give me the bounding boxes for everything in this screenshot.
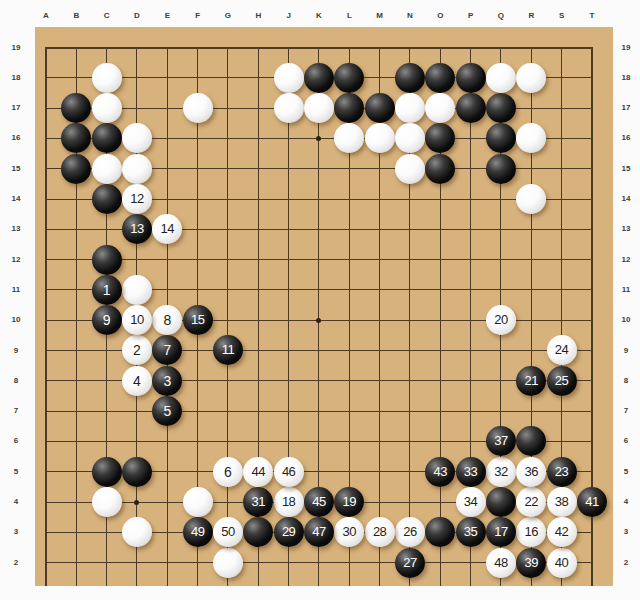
- stone-black-c11: 1: [92, 275, 122, 305]
- stone-white-o17: [425, 93, 455, 123]
- stone-white-r14: [516, 184, 546, 214]
- col-label-r: R: [521, 10, 541, 22]
- stone-white-e10: 8: [152, 305, 182, 335]
- stone-black-q6: 37: [486, 426, 516, 456]
- stone-white-d14: 12: [122, 184, 152, 214]
- row-label-left-19: 19: [3, 42, 29, 54]
- stone-white-f4: [183, 487, 213, 517]
- row-label-left-14: 14: [3, 193, 29, 205]
- stone-black-h4: 31: [243, 487, 273, 517]
- stone-black-k18: [304, 63, 334, 93]
- stone-black-k3: 47: [304, 517, 334, 547]
- col-label-q: Q: [491, 10, 511, 22]
- col-label-o: O: [430, 10, 450, 22]
- stone-black-d13: 13: [122, 214, 152, 244]
- stone-white-d9: 2: [122, 335, 152, 365]
- stone-black-p5: 33: [456, 457, 486, 487]
- row-label-right-17: 17: [613, 102, 639, 114]
- row-label-right-19: 19: [613, 42, 639, 54]
- stone-white-d10: 10: [122, 305, 152, 335]
- stone-black-t4: 41: [577, 487, 607, 517]
- stone-black-p3: 35: [456, 517, 486, 547]
- stone-black-q17: [486, 93, 516, 123]
- stone-black-b17: [61, 93, 91, 123]
- stone-black-r8: 21: [516, 366, 546, 396]
- stone-white-d11: [122, 275, 152, 305]
- col-label-e: E: [157, 10, 177, 22]
- stone-white-r4: 22: [516, 487, 546, 517]
- stone-white-m3: 28: [365, 517, 395, 547]
- stone-black-k4: 45: [304, 487, 334, 517]
- row-label-left-18: 18: [3, 72, 29, 84]
- stone-black-q3: 17: [486, 517, 516, 547]
- col-label-p: P: [461, 10, 481, 22]
- stone-white-l3: 30: [334, 517, 364, 547]
- stone-white-d15: [122, 154, 152, 184]
- stone-black-c12: [92, 245, 122, 275]
- row-label-right-7: 7: [613, 405, 639, 417]
- row-label-right-18: 18: [613, 72, 639, 84]
- col-label-g: G: [218, 10, 238, 22]
- col-label-f: F: [188, 10, 208, 22]
- stone-white-c18: [92, 63, 122, 93]
- stone-black-e9: 7: [152, 335, 182, 365]
- stone-white-s9: 24: [547, 335, 577, 365]
- stone-white-j18: [274, 63, 304, 93]
- row-label-left-9: 9: [3, 345, 29, 357]
- stone-white-e13: 14: [152, 214, 182, 244]
- stone-white-r18: [516, 63, 546, 93]
- stone-white-g2: [213, 548, 243, 578]
- stone-black-p17: [456, 93, 486, 123]
- stone-black-o15: [425, 154, 455, 184]
- row-label-right-4: 4: [613, 496, 639, 508]
- row-label-left-15: 15: [3, 163, 29, 175]
- stone-black-c5: [92, 457, 122, 487]
- row-label-right-11: 11: [613, 284, 639, 296]
- stone-black-f3: 49: [183, 517, 213, 547]
- row-label-right-6: 6: [613, 435, 639, 447]
- col-label-n: N: [400, 10, 420, 22]
- stone-white-d3: [122, 517, 152, 547]
- stone-white-l16: [334, 123, 364, 153]
- row-label-right-3: 3: [613, 526, 639, 538]
- stone-black-c16: [92, 123, 122, 153]
- stone-black-e7: 5: [152, 396, 182, 426]
- stone-black-n18: [395, 63, 425, 93]
- stone-white-j17: [274, 93, 304, 123]
- stone-white-n15: [395, 154, 425, 184]
- stone-white-k17: [304, 93, 334, 123]
- row-label-right-13: 13: [613, 223, 639, 235]
- stone-black-o5: 43: [425, 457, 455, 487]
- stone-white-r3: 16: [516, 517, 546, 547]
- stone-white-j4: 18: [274, 487, 304, 517]
- stone-black-g9: 11: [213, 335, 243, 365]
- go-board: 1234567891011121314151617181920212223242…: [35, 27, 613, 586]
- col-label-d: D: [127, 10, 147, 22]
- stone-black-r6: [516, 426, 546, 456]
- stone-black-c10: 9: [92, 305, 122, 335]
- row-label-left-16: 16: [3, 132, 29, 144]
- col-label-l: L: [339, 10, 359, 22]
- stone-white-d16: [122, 123, 152, 153]
- stone-black-m17: [365, 93, 395, 123]
- stones-grid: 1234567891011121314151617181920212223242…: [35, 32, 607, 586]
- row-label-left-17: 17: [3, 102, 29, 114]
- row-label-left-8: 8: [3, 375, 29, 387]
- row-label-left-7: 7: [3, 405, 29, 417]
- col-label-m: M: [370, 10, 390, 22]
- row-label-right-15: 15: [613, 163, 639, 175]
- stone-black-l18: [334, 63, 364, 93]
- stone-white-h5: 44: [243, 457, 273, 487]
- stone-black-e8: 3: [152, 366, 182, 396]
- stone-white-q2: 48: [486, 548, 516, 578]
- row-label-right-5: 5: [613, 466, 639, 478]
- col-label-b: B: [66, 10, 86, 22]
- stone-black-b16: [61, 123, 91, 153]
- go-diagram-page: ABCDEFGHJKLMNOPQRST 19181716151413121110…: [0, 0, 640, 600]
- stone-black-f10: 15: [183, 305, 213, 335]
- stone-black-n2: 27: [395, 548, 425, 578]
- col-label-k: K: [309, 10, 329, 22]
- stone-white-n3: 26: [395, 517, 425, 547]
- stone-white-r5: 36: [516, 457, 546, 487]
- col-label-c: C: [97, 10, 117, 22]
- row-label-left-3: 3: [3, 526, 29, 538]
- row-label-left-5: 5: [3, 466, 29, 478]
- stone-black-b15: [61, 154, 91, 184]
- col-label-t: T: [582, 10, 602, 22]
- stone-black-o16: [425, 123, 455, 153]
- stone-black-o3: [425, 517, 455, 547]
- col-label-h: H: [248, 10, 268, 22]
- row-label-left-13: 13: [3, 223, 29, 235]
- stone-white-s4: 38: [547, 487, 577, 517]
- stone-white-g5: 6: [213, 457, 243, 487]
- row-label-right-14: 14: [613, 193, 639, 205]
- stone-white-c4: [92, 487, 122, 517]
- row-label-right-10: 10: [613, 314, 639, 326]
- row-label-right-9: 9: [613, 345, 639, 357]
- stone-black-q15: [486, 154, 516, 184]
- stone-white-s3: 42: [547, 517, 577, 547]
- row-label-left-12: 12: [3, 254, 29, 266]
- stone-white-p4: 34: [456, 487, 486, 517]
- stone-white-c17: [92, 93, 122, 123]
- stone-white-n16: [395, 123, 425, 153]
- stone-white-s2: 40: [547, 548, 577, 578]
- row-label-right-2: 2: [613, 557, 639, 569]
- stone-white-c15: [92, 154, 122, 184]
- stone-black-o18: [425, 63, 455, 93]
- row-label-left-11: 11: [3, 284, 29, 296]
- stone-white-q10: 20: [486, 305, 516, 335]
- stone-white-q18: [486, 63, 516, 93]
- stone-white-g3: 50: [213, 517, 243, 547]
- stone-white-f17: [183, 93, 213, 123]
- stone-white-m16: [365, 123, 395, 153]
- stone-black-q4: [486, 487, 516, 517]
- row-label-right-12: 12: [613, 254, 639, 266]
- row-label-right-8: 8: [613, 375, 639, 387]
- stone-black-c14: [92, 184, 122, 214]
- col-label-s: S: [552, 10, 572, 22]
- stone-black-s5: 23: [547, 457, 577, 487]
- stone-black-s8: 25: [547, 366, 577, 396]
- stone-white-d8: 4: [122, 366, 152, 396]
- stone-black-p18: [456, 63, 486, 93]
- stone-black-l4: 19: [334, 487, 364, 517]
- row-label-left-10: 10: [3, 314, 29, 326]
- row-label-right-16: 16: [613, 132, 639, 144]
- stone-black-j3: 29: [274, 517, 304, 547]
- stone-white-n17: [395, 93, 425, 123]
- row-label-left-4: 4: [3, 496, 29, 508]
- col-label-j: J: [279, 10, 299, 22]
- row-label-left-2: 2: [3, 557, 29, 569]
- stone-white-r16: [516, 123, 546, 153]
- stone-black-r2: 39: [516, 548, 546, 578]
- stone-black-q16: [486, 123, 516, 153]
- col-label-a: A: [36, 10, 56, 22]
- row-label-left-6: 6: [3, 435, 29, 447]
- stone-white-q5: 32: [486, 457, 516, 487]
- stone-black-d5: [122, 457, 152, 487]
- stone-black-h3: [243, 517, 273, 547]
- stone-white-j5: 46: [274, 457, 304, 487]
- stone-black-l17: [334, 93, 364, 123]
